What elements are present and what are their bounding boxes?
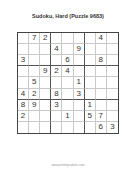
cell-r9c1 (18, 122, 29, 133)
cell-r4c4: 2 (51, 66, 62, 77)
cell-r8c6 (74, 111, 85, 122)
cell-r8c5: 1 (62, 111, 73, 122)
cell-r3c8: 8 (96, 55, 107, 66)
cell-r2c9 (107, 44, 118, 55)
cell-r1c1 (18, 33, 29, 44)
cell-r6c3 (40, 89, 51, 100)
cell-r5c7 (85, 77, 96, 88)
cell-r2c1 (18, 44, 29, 55)
cell-r1c7 (85, 33, 96, 44)
cell-r7c7: 1 (85, 100, 96, 111)
cell-r8c9 (107, 111, 118, 122)
cell-r9c2 (29, 122, 40, 133)
cell-r8c8: 7 (96, 111, 107, 122)
cell-r5c6: 1 (74, 77, 85, 88)
cell-r3c3 (40, 55, 51, 66)
cell-r3c1: 3 (18, 55, 29, 66)
cell-r4c6 (74, 66, 85, 77)
cell-r6c9 (107, 89, 118, 100)
cell-r7c3 (40, 100, 51, 111)
cell-r4c1 (18, 66, 29, 77)
cell-r2c6: 9 (74, 44, 85, 55)
cell-r3c7 (85, 55, 96, 66)
puzzle-title: Sudoku, Hard (Puzzle 9683) (0, 13, 136, 19)
cell-r6c6: 3 (74, 89, 85, 100)
cell-r6c8 (96, 89, 107, 100)
cell-r4c3: 9 (40, 66, 51, 77)
cell-r5c4 (51, 77, 62, 88)
cell-r2c4: 4 (51, 44, 62, 55)
cell-r7c4: 3 (51, 100, 62, 111)
cell-r3c2 (29, 55, 40, 66)
cell-r8c1: 2 (18, 111, 29, 122)
cell-r8c2 (29, 111, 40, 122)
cell-r9c4 (51, 122, 62, 133)
cell-r9c3 (40, 122, 51, 133)
cell-r1c2: 7 (29, 33, 40, 44)
cell-r9c9: 3 (107, 122, 118, 133)
cell-r1c4 (51, 33, 62, 44)
footer-url: www.printmysudoku.com (0, 163, 136, 167)
cell-r4c7 (85, 66, 96, 77)
cell-r8c4 (51, 111, 62, 122)
cell-r6c4: 8 (51, 89, 62, 100)
cell-r4c2 (29, 66, 40, 77)
cell-r2c2 (29, 44, 40, 55)
cell-r5c1 (18, 77, 29, 88)
cell-r1c6 (74, 33, 85, 44)
cell-r7c8 (96, 100, 107, 111)
cell-r9c5 (62, 122, 73, 133)
cell-r1c9 (107, 33, 118, 44)
cell-r9c8: 6 (96, 122, 107, 133)
cell-r5c5 (62, 77, 73, 88)
cell-r9c7 (85, 122, 96, 133)
cell-r1c8: 4 (96, 33, 107, 44)
cell-r7c9 (107, 100, 118, 111)
sudoku-page: Sudoku, Hard (Puzzle 9683) 7244936892451… (0, 0, 136, 176)
cell-r4c9 (107, 66, 118, 77)
cell-r5c9 (107, 77, 118, 88)
cell-r7c6 (74, 100, 85, 111)
cell-r8c7: 5 (85, 111, 96, 122)
cell-r3c5: 6 (62, 55, 73, 66)
cell-r2c3 (40, 44, 51, 55)
cell-r5c8 (96, 77, 107, 88)
cell-r4c8 (96, 66, 107, 77)
cell-r6c7 (85, 89, 96, 100)
cell-r2c5 (62, 44, 73, 55)
cell-r7c2: 9 (29, 100, 40, 111)
cell-r3c4 (51, 55, 62, 66)
cell-r1c3: 2 (40, 33, 51, 44)
cell-r2c7 (85, 44, 96, 55)
cell-r7c1: 8 (18, 100, 29, 111)
cell-r3c9 (107, 55, 118, 66)
cell-r6c1: 4 (18, 89, 29, 100)
cell-r7c5 (62, 100, 73, 111)
cell-r9c6 (74, 122, 85, 133)
cell-r5c3 (40, 77, 51, 88)
cell-r6c2: 2 (29, 89, 40, 100)
cell-r1c5 (62, 33, 73, 44)
cell-r6c5 (62, 89, 73, 100)
cell-r3c6 (74, 55, 85, 66)
cell-r2c8 (96, 44, 107, 55)
cell-r5c2: 5 (29, 77, 40, 88)
cell-r4c5: 4 (62, 66, 73, 77)
cell-r8c3 (40, 111, 51, 122)
sudoku-grid: 724493689245142838931215763 (17, 32, 119, 134)
